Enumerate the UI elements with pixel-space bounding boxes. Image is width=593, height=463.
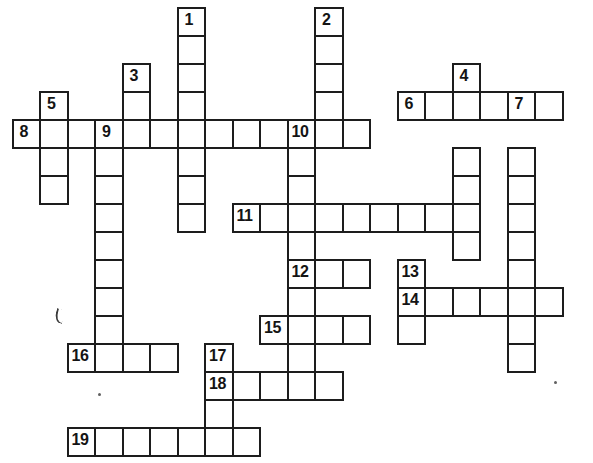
cell-r4c4[interactable] [122,119,152,149]
cell-r10c15[interactable] [424,287,454,317]
clue-number-9: 9 [102,124,122,140]
cell-r1c11[interactable] [314,35,344,65]
cell-r6c6[interactable] [177,175,207,205]
cell-r15c8[interactable] [232,427,262,457]
cell-r7c10[interactable] [287,203,317,233]
cell-r15c4[interactable] [122,427,152,457]
cell-r0c6[interactable]: 1 [177,7,207,37]
cell-r4c12[interactable] [342,119,372,149]
cell-r2c11[interactable] [314,63,344,93]
cell-r6c3[interactable] [94,175,124,205]
clue-number-2: 2 [322,12,342,28]
cell-r3c14[interactable]: 6 [397,91,427,121]
cell-r9c18[interactable] [507,259,537,289]
clue-number-16: 16 [72,348,95,364]
clue-number-19: 19 [72,432,95,448]
cell-r4c10[interactable]: 10 [287,119,317,149]
clue-number-14: 14 [402,292,425,308]
cell-r3c6[interactable] [177,91,207,121]
cell-r15c6[interactable] [177,427,207,457]
cell-r14c7[interactable] [204,399,234,429]
cell-r9c14[interactable]: 13 [397,259,427,289]
cell-r5c18[interactable] [507,147,537,177]
cell-r7c14[interactable] [397,203,427,233]
cell-r9c10[interactable]: 12 [287,259,317,289]
cell-r4c1[interactable] [39,119,69,149]
cell-r11c18[interactable] [507,315,537,345]
cell-r13c9[interactable] [259,371,289,401]
cell-r13c7[interactable]: 18 [204,371,234,401]
cell-r3c18[interactable]: 7 [507,91,537,121]
cell-r10c14[interactable]: 14 [397,287,427,317]
clue-number-15: 15 [264,320,287,336]
cell-r12c2[interactable]: 16 [67,343,97,373]
cell-r12c10[interactable] [287,343,317,373]
cell-r4c7[interactable] [204,119,234,149]
cell-r11c12[interactable] [342,315,372,345]
cell-r10c16[interactable] [452,287,482,317]
cell-r13c10[interactable] [287,371,317,401]
cell-r12c18[interactable] [507,343,537,373]
cell-r2c4[interactable]: 3 [122,63,152,93]
cell-r5c16[interactable] [452,147,482,177]
cell-r3c11[interactable] [314,91,344,121]
cell-r13c11[interactable] [314,371,344,401]
cell-r8c18[interactable] [507,231,537,261]
cell-r8c16[interactable] [452,231,482,261]
cell-r6c18[interactable] [507,175,537,205]
scan-artifact-dot [554,381,557,384]
cell-r11c10[interactable] [287,315,317,345]
cell-r6c1[interactable] [39,175,69,205]
clue-number-11: 11 [237,208,260,224]
clue-number-13: 13 [402,264,425,280]
scan-artifact-dot [98,393,101,396]
clue-number-18: 18 [209,376,232,392]
cell-r4c5[interactable] [149,119,179,149]
clue-number-7: 7 [515,96,535,112]
cell-r9c11[interactable] [314,259,344,289]
cell-r9c3[interactable] [94,259,124,289]
crossword-board: 12345678910111213141516171819 [0,0,593,463]
cell-r12c7[interactable]: 17 [204,343,234,373]
cell-r5c6[interactable] [177,147,207,177]
cell-r13c8[interactable] [232,371,262,401]
cell-r11c14[interactable] [397,315,427,345]
cell-r10c3[interactable] [94,287,124,317]
cell-r0c11[interactable]: 2 [314,7,344,37]
clue-number-10: 10 [292,124,315,140]
cell-r3c1[interactable]: 5 [39,91,69,121]
cell-r15c2[interactable]: 19 [67,427,97,457]
cell-r5c1[interactable] [39,147,69,177]
cell-r3c17[interactable] [479,91,509,121]
cell-r3c19[interactable] [534,91,564,121]
clue-number-5: 5 [47,96,67,112]
clue-number-12: 12 [292,264,315,280]
cell-r10c18[interactable] [507,287,537,317]
cell-r8c10[interactable] [287,231,317,261]
clue-number-8: 8 [20,124,40,140]
cell-r4c2[interactable] [67,119,97,149]
cell-r9c12[interactable] [342,259,372,289]
cell-r10c17[interactable] [479,287,509,317]
cell-r7c6[interactable] [177,203,207,233]
clue-number-1: 1 [185,12,205,28]
cell-r6c16[interactable] [452,175,482,205]
cell-r15c5[interactable] [149,427,179,457]
cell-r7c3[interactable] [94,203,124,233]
cell-r15c3[interactable] [94,427,124,457]
cell-r7c9[interactable] [259,203,289,233]
clue-number-4: 4 [460,68,480,84]
cell-r12c3[interactable] [94,343,124,373]
cell-r8c3[interactable] [94,231,124,261]
cell-r3c15[interactable] [424,91,454,121]
clue-number-6: 6 [405,96,425,112]
cell-r7c8[interactable]: 11 [232,203,262,233]
cell-r7c13[interactable] [369,203,399,233]
cell-r4c0[interactable]: 8 [12,119,42,149]
cell-r11c9[interactable]: 15 [259,315,289,345]
cell-r6c10[interactable] [287,175,317,205]
cell-r7c15[interactable] [424,203,454,233]
cell-r12c4[interactable] [122,343,152,373]
cell-r5c10[interactable] [287,147,317,177]
clue-number-3: 3 [130,68,150,84]
cell-r7c18[interactable] [507,203,537,233]
cell-r4c9[interactable] [259,119,289,149]
cell-r1c6[interactable] [177,35,207,65]
cell-r4c11[interactable] [314,119,344,149]
cell-r4c8[interactable] [232,119,262,149]
cell-r4c3[interactable]: 9 [94,119,124,149]
cell-r7c11[interactable] [314,203,344,233]
cell-r7c12[interactable] [342,203,372,233]
cell-r11c3[interactable] [94,315,124,345]
cell-r3c4[interactable] [122,91,152,121]
cell-r2c6[interactable] [177,63,207,93]
cell-r10c10[interactable] [287,287,317,317]
cell-r2c16[interactable]: 4 [452,63,482,93]
clue-number-17: 17 [209,348,232,364]
cell-r4c6[interactable] [177,119,207,149]
cell-r15c7[interactable] [204,427,234,457]
cell-r10c19[interactable] [534,287,564,317]
cell-r12c5[interactable] [149,343,179,373]
cell-r11c11[interactable] [314,315,344,345]
cell-r7c16[interactable] [452,203,482,233]
cell-r5c3[interactable] [94,147,124,177]
cell-r3c16[interactable] [452,91,482,121]
